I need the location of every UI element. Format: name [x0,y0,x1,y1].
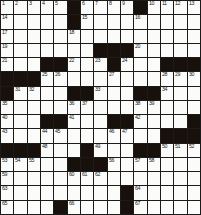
crossword-black-cell [174,129,186,142]
crossword-white-cell[interactable] [134,72,146,85]
crossword-white-cell[interactable]: 52 [188,144,200,157]
crossword-white-cell[interactable] [28,115,40,128]
crossword-white-cell[interactable] [14,172,26,185]
crossword-white-cell[interactable] [134,58,146,71]
clue-number: 36 [69,101,74,106]
crossword-white-cell[interactable]: 23 [94,58,106,71]
crossword-black-cell [81,87,93,100]
crossword-white-cell[interactable] [41,186,53,199]
clue-number: 37 [82,101,87,106]
clue-number: 48 [42,144,47,149]
crossword-black-cell [68,15,80,28]
crossword-white-cell[interactable] [14,44,26,57]
crossword-white-cell[interactable]: 37 [81,101,93,114]
crossword-white-cell[interactable]: 44 [41,129,53,142]
crossword-white-cell[interactable]: 42 [134,115,146,128]
crossword-black-cell [81,144,93,157]
crossword-white-cell[interactable]: 48 [41,144,53,157]
clue-number: 56 [109,158,114,163]
crossword-black-cell [161,129,173,142]
crossword-white-cell[interactable] [41,30,53,43]
crossword-white-cell[interactable] [14,186,26,199]
clue-number: 55 [29,158,34,163]
crossword-white-cell[interactable] [68,186,80,199]
crossword-white-cell[interactable] [28,129,40,142]
crossword-white-cell[interactable] [148,72,160,85]
clue-number: 47 [122,129,127,134]
crossword-white-cell[interactable] [41,201,53,214]
clue-number: 43 [2,129,7,134]
clue-number: 61 [82,172,87,177]
crossword-white-cell[interactable] [188,101,200,114]
crossword-white-cell[interactable] [174,15,186,28]
crossword-white-cell[interactable] [108,201,120,214]
crossword-white-cell[interactable] [81,58,93,71]
crossword-white-cell[interactable] [108,144,120,157]
crossword-white-cell[interactable] [28,201,40,214]
crossword-white-cell[interactable]: 24 [121,58,133,71]
crossword-white-cell[interactable] [148,129,160,142]
crossword-white-cell[interactable] [174,186,186,199]
crossword-black-cell [54,115,66,128]
crossword-white-cell[interactable]: 8 [108,1,120,14]
clue-number: 40 [2,115,7,120]
crossword-white-cell[interactable] [81,115,93,128]
crossword-white-cell[interactable] [121,172,133,185]
crossword-white-cell[interactable] [68,144,80,157]
crossword-white-cell[interactable] [54,144,66,157]
crossword-white-cell[interactable] [81,129,93,142]
clue-number: 58 [149,158,154,163]
crossword-black-cell [121,186,133,199]
crossword-white-cell[interactable] [81,186,93,199]
crossword-white-cell[interactable]: 22 [68,58,80,71]
clue-number: 8 [109,1,112,6]
crossword-white-cell[interactable] [54,30,66,43]
crossword-white-cell[interactable] [188,158,200,171]
crossword-white-cell[interactable] [174,101,186,114]
clue-number: 6 [82,1,85,6]
crossword-white-cell[interactable] [174,158,186,171]
crossword-white-cell[interactable] [14,129,26,142]
clue-number: 62 [95,172,100,177]
crossword-white-cell[interactable]: 5 [54,1,66,14]
crossword-white-cell[interactable] [174,30,186,43]
crossword-white-cell[interactable]: 58 [148,158,160,171]
crossword-black-cell [1,72,13,85]
clue-number: 64 [135,186,140,191]
crossword-white-cell[interactable]: 56 [108,158,120,171]
crossword-white-cell[interactable] [14,201,26,214]
crossword-black-cell [54,201,66,214]
clue-number: 33 [95,87,100,92]
clue-number: 35 [2,101,7,106]
crossword-white-cell[interactable]: 41 [68,115,80,128]
crossword-white-cell[interactable] [28,172,40,185]
crossword-white-cell[interactable] [121,87,133,100]
crossword-white-cell[interactable] [54,15,66,28]
clue-number: 39 [149,101,154,106]
clue-number: 23 [95,58,100,63]
crossword-white-cell[interactable] [161,44,173,57]
crossword-white-cell[interactable] [161,172,173,185]
crossword-white-cell[interactable] [81,72,93,85]
crossword-white-cell[interactable] [94,101,106,114]
crossword-white-cell[interactable]: 64 [134,186,146,199]
crossword-white-cell[interactable] [94,30,106,43]
clue-number: 3 [29,1,32,6]
crossword-white-cell[interactable]: 13 [188,1,200,14]
crossword-white-cell[interactable]: 60 [68,172,80,185]
crossword-white-cell[interactable] [188,172,200,185]
crossword-white-cell[interactable] [41,44,53,57]
crossword-white-cell[interactable] [174,87,186,100]
crossword-white-cell[interactable] [108,101,120,114]
crossword-white-cell[interactable] [161,30,173,43]
clue-number: 42 [135,115,140,120]
crossword-white-cell[interactable] [14,115,26,128]
crossword-white-cell[interactable] [121,15,133,28]
crossword-white-cell[interactable]: 62 [94,172,106,185]
crossword-white-cell[interactable] [41,87,53,100]
crossword-white-cell[interactable] [188,87,200,100]
crossword-white-cell[interactable] [68,72,80,85]
crossword-white-cell[interactable] [134,172,146,185]
crossword-white-cell[interactable]: 36 [68,101,80,114]
crossword-white-cell[interactable] [174,201,186,214]
crossword-black-cell [94,44,106,57]
clue-number: 63 [2,186,7,191]
crossword-white-cell[interactable] [41,172,53,185]
clue-number: 21 [2,58,7,63]
crossword-black-cell [94,158,106,171]
crossword-white-cell[interactable]: 26 [54,72,66,85]
crossword-white-cell[interactable] [121,144,133,157]
crossword-white-cell[interactable]: 39 [148,101,160,114]
crossword-white-cell[interactable] [14,58,26,71]
crossword-black-cell [188,58,200,71]
crossword-white-cell[interactable] [161,15,173,28]
crossword-white-cell[interactable] [188,15,200,28]
crossword-white-cell[interactable]: 12 [174,1,186,14]
crossword-white-cell[interactable]: 59 [1,172,13,185]
crossword-white-cell[interactable] [28,101,40,114]
crossword-black-cell [148,87,160,100]
crossword-white-cell[interactable]: 4 [41,1,53,14]
crossword-black-cell [121,44,133,57]
crossword-white-cell[interactable]: 31 [14,87,26,100]
crossword-black-cell [68,87,80,100]
crossword-white-cell[interactable]: 53 [1,158,13,171]
crossword-white-cell[interactable]: 32 [28,87,40,100]
crossword-white-cell[interactable] [28,44,40,57]
crossword-white-cell[interactable]: 49 [94,144,106,157]
clue-number: 15 [82,15,87,20]
crossword-white-cell[interactable] [161,115,173,128]
crossword-black-cell [188,115,200,128]
clue-number: 34 [162,87,167,92]
crossword-white-cell[interactable] [134,129,146,142]
crossword-white-cell[interactable] [94,72,106,85]
crossword-black-cell [108,115,120,128]
crossword-white-cell[interactable] [81,201,93,214]
clue-number: 7 [95,1,98,6]
crossword-black-cell [148,144,160,157]
crossword-white-cell[interactable] [174,172,186,185]
crossword-white-cell[interactable]: 25 [41,72,53,85]
crossword-white-cell[interactable]: 18 [68,30,80,43]
crossword-white-cell[interactable] [108,87,120,100]
crossword-black-cell [81,158,93,171]
crossword-white-cell[interactable] [54,87,66,100]
crossword-white-cell[interactable]: 47 [121,129,133,142]
clue-number: 50 [162,144,167,149]
clue-number: 1 [2,1,5,6]
crossword-black-cell [41,58,53,71]
crossword-white-cell[interactable] [54,101,66,114]
crossword-white-cell[interactable] [134,30,146,43]
crossword-white-cell[interactable]: 46 [108,129,120,142]
crossword-black-cell [121,201,133,214]
crossword-white-cell[interactable] [108,186,120,199]
clue-number: 4 [42,1,45,6]
crossword-white-cell[interactable] [28,186,40,199]
crossword-black-cell [134,87,146,100]
crossword-white-cell[interactable] [188,186,200,199]
crossword-black-cell [108,44,120,57]
clue-number: 20 [135,44,140,49]
crossword-white-cell[interactable] [81,30,93,43]
clue-number: 30 [189,72,194,77]
clue-number: 52 [189,144,194,149]
crossword-white-cell[interactable]: 50 [161,144,173,157]
crossword-black-cell [68,1,80,14]
crossword-white-cell[interactable] [28,30,40,43]
crossword-black-cell [121,115,133,128]
crossword-white-cell[interactable] [121,72,133,85]
crossword-white-cell[interactable] [14,15,26,28]
crossword-white-cell[interactable]: 15 [81,15,93,28]
crossword-white-cell[interactable] [188,44,200,57]
crossword-white-cell[interactable] [81,44,93,57]
crossword-white-cell[interactable] [68,129,80,142]
crossword-white-cell[interactable] [161,201,173,214]
crossword-white-cell[interactable] [161,186,173,199]
crossword-white-cell[interactable] [41,158,53,171]
crossword-white-cell[interactable]: 7 [94,1,106,14]
crossword-white-cell[interactable] [121,158,133,171]
crossword-black-cell [134,144,146,157]
clue-number: 29 [175,72,180,77]
crossword-black-cell [134,1,146,14]
crossword-white-cell[interactable]: 3 [28,1,40,14]
crossword-white-cell[interactable] [41,101,53,114]
crossword-white-cell[interactable] [94,15,106,28]
crossword-white-cell[interactable] [94,186,106,199]
crossword-white-cell[interactable] [28,58,40,71]
crossword-white-cell[interactable] [148,15,160,28]
crossword-white-cell[interactable] [148,58,160,71]
crossword-white-cell[interactable]: 19 [1,44,13,57]
crossword-white-cell[interactable]: 30 [188,72,200,85]
clue-number: 24 [122,58,127,63]
crossword-white-cell[interactable]: 57 [134,158,146,171]
clue-number: 10 [149,1,154,6]
crossword-white-cell[interactable] [14,30,26,43]
crossword-white-cell[interactable]: 2 [14,1,26,14]
crossword-white-cell[interactable] [28,15,40,28]
crossword-white-cell[interactable] [54,186,66,199]
clue-number: 41 [69,115,74,120]
clue-number: 12 [175,1,180,6]
crossword-white-cell[interactable] [188,201,200,214]
crossword-white-cell[interactable]: 40 [1,115,13,128]
crossword-white-cell[interactable]: 29 [174,72,186,85]
crossword-white-cell[interactable] [161,101,173,114]
crossword-black-cell [14,144,26,157]
crossword-white-cell[interactable] [108,15,120,28]
crossword-black-cell [41,115,53,128]
crossword-white-cell[interactable] [94,115,106,128]
crossword-black-cell [14,72,26,85]
crossword-white-cell[interactable]: 66 [68,201,80,214]
clue-number: 49 [95,144,100,149]
crossword-white-cell[interactable]: 6 [81,1,93,14]
clue-number: 22 [69,58,74,63]
crossword-white-cell[interactable]: 65 [1,201,13,214]
clue-number: 16 [135,15,140,20]
crossword-white-cell[interactable] [148,44,160,57]
crossword-black-cell [174,58,186,71]
crossword-white-cell[interactable]: 9 [121,1,133,14]
clue-number: 46 [109,129,114,134]
crossword-white-cell[interactable]: 45 [54,129,66,142]
crossword-white-cell[interactable] [54,158,66,171]
clue-number: 57 [135,158,140,163]
crossword-white-cell[interactable]: 61 [81,172,93,185]
crossword-white-cell[interactable]: 28 [161,72,173,85]
crossword-white-cell[interactable] [148,172,160,185]
crossword-white-cell[interactable]: 54 [14,158,26,171]
crossword-white-cell[interactable] [148,30,160,43]
clue-number: 31 [15,87,20,92]
crossword-white-cell[interactable] [148,186,160,199]
crossword-white-cell[interactable] [161,158,173,171]
clue-number: 27 [109,72,114,77]
clue-number: 60 [69,172,74,177]
clue-number: 2 [15,1,18,6]
crossword-white-cell[interactable]: 16 [134,15,146,28]
clue-number: 18 [69,30,74,35]
clue-number: 17 [2,30,7,35]
crossword-white-cell[interactable]: 67 [134,201,146,214]
crossword-white-cell[interactable] [108,30,120,43]
crossword-black-cell [68,158,80,171]
crossword-white-cell[interactable]: 43 [1,129,13,142]
crossword-white-cell[interactable] [188,30,200,43]
crossword-black-cell [28,72,40,85]
crossword-white-cell[interactable]: 34 [161,87,173,100]
crossword-white-cell[interactable]: 21 [1,58,13,71]
clue-number: 59 [2,172,7,177]
crossword-white-cell[interactable] [148,201,160,214]
crossword-black-cell [188,129,200,142]
clue-number: 54 [15,158,20,163]
crossword-white-cell[interactable]: 27 [108,72,120,85]
crossword-white-cell[interactable]: 10 [148,1,160,14]
clue-number: 38 [135,101,140,106]
crossword-black-cell [1,144,13,157]
clue-number: 14 [2,15,7,20]
clue-number: 67 [135,201,140,206]
crossword-white-cell[interactable]: 35 [1,101,13,114]
clue-number: 32 [29,87,34,92]
clue-number: 51 [175,144,180,149]
clue-number: 26 [55,72,60,77]
clue-number: 9 [122,1,125,6]
crossword-black-cell [161,58,173,71]
crossword-white-cell[interactable] [54,44,66,57]
crossword-white-cell[interactable]: 20 [134,44,146,57]
crossword-white-cell[interactable] [108,172,120,185]
clue-number: 25 [42,72,47,77]
crossword-white-cell[interactable] [174,44,186,57]
clue-number: 53 [2,158,7,163]
crossword-white-cell[interactable]: 55 [28,158,40,171]
clue-number: 19 [2,44,7,49]
crossword-black-cell [108,58,120,71]
clue-number: 5 [55,1,58,6]
crossword-black-cell [1,87,13,100]
clue-number: 11 [162,1,167,6]
clue-number: 65 [2,201,7,206]
crossword-white-cell[interactable]: 14 [1,15,13,28]
crossword-white-cell[interactable]: 63 [1,186,13,199]
crossword-white-cell[interactable] [68,44,80,57]
crossword-white-cell[interactable] [148,115,160,128]
clue-number: 44 [42,129,47,134]
crossword-white-cell[interactable] [41,15,53,28]
crossword-board: 1234567891011121314151617181920212223242… [0,0,201,215]
crossword-white-cell[interactable] [94,129,106,142]
crossword-white-cell[interactable] [94,201,106,214]
crossword-white-cell[interactable]: 11 [161,1,173,14]
crossword-white-cell[interactable] [54,172,66,185]
clue-number: 45 [55,129,60,134]
crossword-white-cell[interactable]: 17 [1,30,13,43]
crossword-white-cell[interactable]: 38 [134,101,146,114]
crossword-white-cell[interactable] [174,115,186,128]
crossword-white-cell[interactable] [121,101,133,114]
clue-number: 28 [162,72,167,77]
crossword-white-cell[interactable] [14,101,26,114]
crossword-white-cell[interactable]: 51 [174,144,186,157]
crossword-white-cell[interactable]: 1 [1,1,13,14]
crossword-black-cell [28,144,40,157]
clue-number: 66 [69,201,74,206]
crossword-white-cell[interactable]: 33 [94,87,106,100]
clue-number: 13 [189,1,194,6]
crossword-black-cell [54,58,66,71]
crossword-white-cell[interactable] [121,30,133,43]
